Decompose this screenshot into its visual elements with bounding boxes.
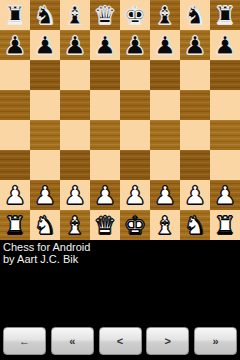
square-b2[interactable]: ♟ — [30, 180, 60, 210]
piece-black-queen: ♛ — [94, 3, 116, 28]
square-g1[interactable]: ♞ — [180, 210, 210, 240]
piece-black-bishop: ♝ — [154, 3, 176, 28]
square-g8[interactable]: ♞ — [180, 0, 210, 30]
square-c6[interactable] — [60, 60, 90, 90]
square-c1[interactable]: ♝ — [60, 210, 90, 240]
square-a6[interactable] — [0, 60, 30, 90]
piece-white-pawn: ♟ — [94, 183, 116, 208]
piece-white-king: ♚ — [124, 213, 146, 238]
piece-black-pawn: ♟ — [34, 33, 56, 58]
square-g3[interactable] — [180, 150, 210, 180]
piece-white-knight: ♞ — [184, 213, 206, 238]
square-f1[interactable]: ♝ — [150, 210, 180, 240]
square-e5[interactable] — [120, 90, 150, 120]
square-b5[interactable] — [30, 90, 60, 120]
piece-black-pawn: ♟ — [214, 33, 236, 58]
piece-white-pawn: ♟ — [4, 183, 26, 208]
square-e6[interactable] — [120, 60, 150, 90]
move-navigation-bar: ← « < > » — [0, 326, 240, 356]
square-d1[interactable]: ♛ — [90, 210, 120, 240]
square-d6[interactable] — [90, 60, 120, 90]
square-d2[interactable]: ♟ — [90, 180, 120, 210]
piece-white-pawn: ♟ — [64, 183, 86, 208]
go-to-start-button[interactable]: « — [51, 327, 94, 355]
square-c8[interactable]: ♝ — [60, 0, 90, 30]
piece-white-bishop: ♝ — [154, 213, 176, 238]
square-g4[interactable] — [180, 120, 210, 150]
square-b1[interactable]: ♞ — [30, 210, 60, 240]
square-d4[interactable] — [90, 120, 120, 150]
square-f6[interactable] — [150, 60, 180, 90]
square-c2[interactable]: ♟ — [60, 180, 90, 210]
square-b8[interactable]: ♞ — [30, 0, 60, 30]
piece-black-knight: ♞ — [34, 3, 56, 28]
piece-black-rook: ♜ — [214, 3, 236, 28]
app-subtitle: by Aart J.C. Bik — [3, 253, 237, 265]
square-f8[interactable]: ♝ — [150, 0, 180, 30]
square-c7[interactable]: ♟ — [60, 30, 90, 60]
square-c4[interactable] — [60, 120, 90, 150]
step-forward-button[interactable]: > — [146, 327, 189, 355]
square-a8[interactable]: ♜ — [0, 0, 30, 30]
square-d3[interactable] — [90, 150, 120, 180]
chess-board: ♜♞♝♛♚♝♞♜♟♟♟♟♟♟♟♟♟♟♟♟♟♟♟♟♜♞♝♛♚♝♞♜ — [0, 0, 240, 240]
piece-white-pawn: ♟ — [124, 183, 146, 208]
piece-black-knight: ♞ — [184, 3, 206, 28]
square-d8[interactable]: ♛ — [90, 0, 120, 30]
piece-black-rook: ♜ — [4, 3, 26, 28]
square-g6[interactable] — [180, 60, 210, 90]
square-h4[interactable] — [210, 120, 240, 150]
square-b3[interactable] — [30, 150, 60, 180]
square-h2[interactable]: ♟ — [210, 180, 240, 210]
square-c3[interactable] — [60, 150, 90, 180]
square-a3[interactable] — [0, 150, 30, 180]
piece-white-queen: ♛ — [94, 213, 116, 238]
square-b6[interactable] — [30, 60, 60, 90]
square-a7[interactable]: ♟ — [0, 30, 30, 60]
square-f5[interactable] — [150, 90, 180, 120]
square-e4[interactable] — [120, 120, 150, 150]
square-e1[interactable]: ♚ — [120, 210, 150, 240]
piece-white-bishop: ♝ — [64, 213, 86, 238]
piece-white-rook: ♜ — [4, 213, 26, 238]
square-g7[interactable]: ♟ — [180, 30, 210, 60]
square-h8[interactable]: ♜ — [210, 0, 240, 30]
square-f4[interactable] — [150, 120, 180, 150]
square-h7[interactable]: ♟ — [210, 30, 240, 60]
go-to-end-button[interactable]: » — [194, 327, 237, 355]
piece-white-pawn: ♟ — [184, 183, 206, 208]
app-title: Chess for Android — [3, 241, 237, 253]
square-a4[interactable] — [0, 120, 30, 150]
piece-white-pawn: ♟ — [34, 183, 56, 208]
square-h6[interactable] — [210, 60, 240, 90]
piece-black-king: ♚ — [124, 3, 146, 28]
piece-black-pawn: ♟ — [124, 33, 146, 58]
piece-white-rook: ♜ — [214, 213, 236, 238]
square-b7[interactable]: ♟ — [30, 30, 60, 60]
square-f7[interactable]: ♟ — [150, 30, 180, 60]
square-g2[interactable]: ♟ — [180, 180, 210, 210]
piece-white-knight: ♞ — [34, 213, 56, 238]
piece-black-pawn: ♟ — [154, 33, 176, 58]
square-b4[interactable] — [30, 120, 60, 150]
square-a2[interactable]: ♟ — [0, 180, 30, 210]
piece-black-pawn: ♟ — [184, 33, 206, 58]
piece-black-pawn: ♟ — [64, 33, 86, 58]
square-e7[interactable]: ♟ — [120, 30, 150, 60]
square-e3[interactable] — [120, 150, 150, 180]
square-e2[interactable]: ♟ — [120, 180, 150, 210]
piece-white-pawn: ♟ — [214, 183, 236, 208]
square-f2[interactable]: ♟ — [150, 180, 180, 210]
step-back-button[interactable]: < — [99, 327, 142, 355]
square-a5[interactable] — [0, 90, 30, 120]
square-c5[interactable] — [60, 90, 90, 120]
square-g5[interactable] — [180, 90, 210, 120]
square-h3[interactable] — [210, 150, 240, 180]
square-f3[interactable] — [150, 150, 180, 180]
piece-black-pawn: ♟ — [94, 33, 116, 58]
square-h5[interactable] — [210, 90, 240, 120]
piece-black-bishop: ♝ — [64, 3, 86, 28]
piece-white-pawn: ♟ — [154, 183, 176, 208]
square-e8[interactable]: ♚ — [120, 0, 150, 30]
chess-for-android-screen: ♜♞♝♛♚♝♞♜♟♟♟♟♟♟♟♟♟♟♟♟♟♟♟♟♜♞♝♛♚♝♞♜ Chess f… — [0, 0, 240, 360]
app-caption: Chess for Android by Aart J.C. Bik — [3, 241, 237, 265]
square-a1[interactable]: ♜ — [0, 210, 30, 240]
square-d7[interactable]: ♟ — [90, 30, 120, 60]
square-d5[interactable] — [90, 90, 120, 120]
piece-black-pawn: ♟ — [4, 33, 26, 58]
undo-button[interactable]: ← — [3, 327, 46, 355]
square-h1[interactable]: ♜ — [210, 210, 240, 240]
